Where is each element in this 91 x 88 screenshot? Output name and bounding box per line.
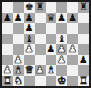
piece-black-pawn[interactable]: ♟ [3, 13, 12, 23]
square-a3[interactable] [2, 55, 13, 66]
square-b3[interactable]: ♟ [13, 55, 24, 66]
square-e3[interactable] [46, 55, 57, 66]
square-d8[interactable]: ♜ [35, 2, 46, 13]
square-d6[interactable] [35, 23, 46, 34]
piece-black-pawn[interactable]: ♟ [25, 23, 34, 33]
piece-white-rook[interactable]: ♜ [79, 76, 88, 86]
square-c8[interactable]: ♚ [24, 2, 35, 13]
piece-white-rook[interactable]: ♜ [3, 76, 12, 86]
square-f7[interactable]: ♟ [56, 13, 67, 24]
square-a7[interactable]: ♟ [2, 13, 13, 24]
piece-white-pawn[interactable]: ♟ [57, 44, 66, 54]
square-b6[interactable] [13, 23, 24, 34]
piece-black-bishop[interactable]: ♝ [57, 34, 66, 44]
square-g7[interactable]: ♟ [67, 13, 78, 24]
piece-white-pawn[interactable]: ♟ [3, 65, 12, 75]
square-d3[interactable] [35, 55, 46, 66]
board-frame: ♚♜♜♟♟♟♛♟♟♟♝♝♟♟♟♟♟♟♟♟♝♛♟♝♜♞♚♜ [0, 0, 91, 88]
piece-black-pawn[interactable]: ♟ [79, 55, 88, 65]
square-h5[interactable] [78, 34, 89, 45]
piece-black-pawn[interactable]: ♟ [57, 13, 66, 23]
square-b7[interactable]: ♟ [13, 13, 24, 24]
piece-black-pawn[interactable]: ♟ [25, 13, 34, 23]
square-c1[interactable] [24, 76, 35, 87]
square-a2[interactable]: ♟ [2, 65, 13, 76]
piece-white-knight[interactable]: ♞ [14, 76, 23, 86]
square-c6[interactable]: ♟ [24, 23, 35, 34]
piece-white-bishop[interactable]: ♝ [46, 65, 55, 75]
square-h3[interactable]: ♟ [78, 55, 89, 66]
piece-white-pawn[interactable]: ♟ [68, 44, 77, 54]
square-e1[interactable] [46, 76, 57, 87]
square-f2[interactable] [56, 65, 67, 76]
square-d2[interactable]: ♟ [35, 65, 46, 76]
piece-black-pawn[interactable]: ♟ [14, 13, 23, 23]
square-c2[interactable]: ♛ [24, 65, 35, 76]
square-d4[interactable] [35, 44, 46, 55]
square-e7[interactable]: ♛ [46, 13, 57, 24]
square-d1[interactable] [35, 76, 46, 87]
piece-white-pawn[interactable]: ♟ [14, 55, 23, 65]
square-g2[interactable] [67, 65, 78, 76]
square-c5[interactable]: ♝ [24, 34, 35, 45]
square-e8[interactable] [46, 2, 57, 13]
piece-white-king[interactable]: ♚ [57, 76, 66, 86]
square-a1[interactable]: ♜ [2, 76, 13, 87]
square-g5[interactable] [67, 34, 78, 45]
square-e4[interactable]: ♟ [46, 44, 57, 55]
piece-white-pawn[interactable]: ♟ [25, 44, 34, 54]
piece-white-pawn[interactable]: ♟ [36, 65, 45, 75]
square-e2[interactable]: ♝ [46, 65, 57, 76]
square-a8[interactable] [2, 2, 13, 13]
square-g1[interactable] [67, 76, 78, 87]
square-f5[interactable]: ♝ [56, 34, 67, 45]
piece-black-rook[interactable]: ♜ [79, 2, 88, 12]
square-f3[interactable]: ♟ [56, 55, 67, 66]
square-b1[interactable]: ♞ [13, 76, 24, 87]
piece-black-king[interactable]: ♚ [25, 2, 34, 12]
square-e5[interactable] [46, 34, 57, 45]
piece-black-queen[interactable]: ♛ [46, 13, 55, 23]
square-h1[interactable]: ♜ [78, 76, 89, 87]
square-h7[interactable] [78, 13, 89, 24]
square-a5[interactable] [2, 34, 13, 45]
square-d7[interactable] [35, 13, 46, 24]
piece-white-pawn[interactable]: ♟ [57, 55, 66, 65]
square-g8[interactable] [67, 2, 78, 13]
piece-white-queen[interactable]: ♛ [25, 65, 34, 75]
square-b5[interactable] [13, 34, 24, 45]
square-e6[interactable] [46, 23, 57, 34]
square-c7[interactable]: ♟ [24, 13, 35, 24]
chess-board: ♚♜♜♟♟♟♛♟♟♟♝♝♟♟♟♟♟♟♟♟♝♛♟♝♜♞♚♜ [2, 2, 89, 86]
square-a4[interactable] [2, 44, 13, 55]
square-f1[interactable]: ♚ [56, 76, 67, 87]
square-f6[interactable] [56, 23, 67, 34]
piece-black-rook[interactable]: ♜ [36, 2, 45, 12]
square-h2[interactable] [78, 65, 89, 76]
square-h6[interactable] [78, 23, 89, 34]
square-g4[interactable]: ♟ [67, 44, 78, 55]
square-b8[interactable] [13, 2, 24, 13]
square-h4[interactable] [78, 44, 89, 55]
piece-black-pawn[interactable]: ♟ [46, 44, 55, 54]
piece-black-pawn[interactable]: ♟ [68, 13, 77, 23]
square-f4[interactable]: ♟ [56, 44, 67, 55]
square-b4[interactable] [13, 44, 24, 55]
square-h8[interactable]: ♜ [78, 2, 89, 13]
piece-black-bishop[interactable]: ♝ [25, 34, 34, 44]
square-c3[interactable] [24, 55, 35, 66]
square-d5[interactable] [35, 34, 46, 45]
piece-white-bishop[interactable]: ♝ [14, 65, 23, 75]
square-f8[interactable] [56, 2, 67, 13]
square-g6[interactable] [67, 23, 78, 34]
square-c4[interactable]: ♟ [24, 44, 35, 55]
square-g3[interactable] [67, 55, 78, 66]
square-a6[interactable] [2, 23, 13, 34]
square-b2[interactable]: ♝ [13, 65, 24, 76]
